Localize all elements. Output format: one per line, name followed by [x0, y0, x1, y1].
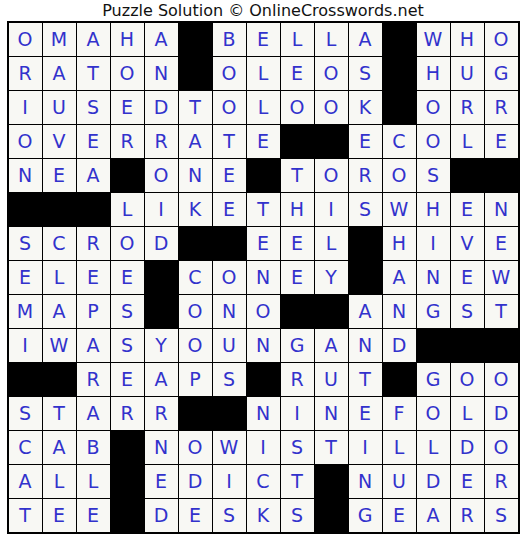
cell-r12c14: L: [451, 397, 484, 430]
cell-r15c6: E: [179, 499, 212, 532]
cell-r9c14: S: [451, 295, 484, 328]
cell-r4c6: A: [179, 125, 212, 158]
cell-r9c6: O: [179, 295, 212, 328]
cell-r14c3: L: [77, 465, 110, 498]
cell-r6c13: H: [417, 193, 450, 226]
cell-r15c5: D: [145, 499, 178, 532]
cell-r13c3: B: [77, 431, 110, 464]
cell-r3c7: O: [213, 91, 246, 124]
cell-r14c6: D: [179, 465, 212, 498]
cell-r10c11: N: [349, 329, 382, 362]
cell-r5c9: T: [281, 159, 314, 192]
cell-r7c14: V: [451, 227, 484, 260]
block-r5c15: [485, 159, 518, 192]
block-r8c5: [145, 261, 178, 294]
cell-r12c1: S: [9, 397, 42, 430]
block-r10c14: [451, 329, 484, 362]
cell-r1c3: A: [77, 23, 110, 56]
cell-r5c10: O: [315, 159, 348, 192]
cell-r15c3: E: [77, 499, 110, 532]
cell-r3c13: O: [417, 91, 450, 124]
cell-r1c10: L: [315, 23, 348, 56]
cell-r7c4: O: [111, 227, 144, 260]
cell-r2c10: O: [315, 57, 348, 90]
cell-r13c8: I: [247, 431, 280, 464]
block-r15c4: [111, 499, 144, 532]
cell-r8c8: N: [247, 261, 280, 294]
cell-r9c15: T: [485, 295, 518, 328]
cell-r4c11: E: [349, 125, 382, 158]
cell-r15c14: R: [451, 499, 484, 532]
cell-r4c14: L: [451, 125, 484, 158]
cell-r10c6: O: [179, 329, 212, 362]
block-r11c12: [383, 363, 416, 396]
cell-r13c1: C: [9, 431, 42, 464]
cell-r3c11: K: [349, 91, 382, 124]
cell-r10c3: A: [77, 329, 110, 362]
cell-r3c10: O: [315, 91, 348, 124]
cell-r4c2: V: [43, 125, 76, 158]
cell-r9c3: P: [77, 295, 110, 328]
block-r4c9: [281, 125, 314, 158]
cell-r4c7: T: [213, 125, 246, 158]
block-r6c2: [43, 193, 76, 226]
cell-r5c7: E: [213, 159, 246, 192]
block-r14c10: [315, 465, 348, 498]
cell-r8c12: A: [383, 261, 416, 294]
cell-r4c1: O: [9, 125, 42, 158]
cell-r13c9: S: [281, 431, 314, 464]
cell-r10c7: U: [213, 329, 246, 362]
cell-r10c5: Y: [145, 329, 178, 362]
cell-r1c7: B: [213, 23, 246, 56]
cell-r6c12: W: [383, 193, 416, 226]
cell-r4c3: E: [77, 125, 110, 158]
cell-r15c2: E: [43, 499, 76, 532]
cell-r5c13: S: [417, 159, 450, 192]
cell-r2c11: S: [349, 57, 382, 90]
cell-r7c9: E: [281, 227, 314, 260]
block-r11c2: [43, 363, 76, 396]
cell-r13c10: T: [315, 431, 348, 464]
cell-r15c11: G: [349, 499, 382, 532]
block-r13c4: [111, 431, 144, 464]
cell-r12c3: A: [77, 397, 110, 430]
cell-r4c5: R: [145, 125, 178, 158]
cell-r11c3: R: [77, 363, 110, 396]
cell-r8c3: E: [77, 261, 110, 294]
cell-r10c12: D: [383, 329, 416, 362]
cell-r2c7: O: [213, 57, 246, 90]
block-r9c5: [145, 295, 178, 328]
cell-r8c14: E: [451, 261, 484, 294]
cell-r10c9: G: [281, 329, 314, 362]
cell-r5c5: O: [145, 159, 178, 192]
block-r5c8: [247, 159, 280, 192]
block-r10c13: [417, 329, 450, 362]
cell-r1c14: H: [451, 23, 484, 56]
cell-r6c8: T: [247, 193, 280, 226]
cell-r1c15: O: [485, 23, 518, 56]
cell-r1c5: A: [145, 23, 178, 56]
cell-r6c15: N: [485, 193, 518, 226]
cell-r12c11: E: [349, 397, 382, 430]
cell-r15c1: T: [9, 499, 42, 532]
cell-r9c12: N: [383, 295, 416, 328]
cell-r9c2: A: [43, 295, 76, 328]
block-r12c6: [179, 397, 212, 430]
cell-r9c7: N: [213, 295, 246, 328]
cell-r9c13: G: [417, 295, 450, 328]
cell-r5c12: O: [383, 159, 416, 192]
cell-r3c1: I: [9, 91, 42, 124]
cell-r9c8: O: [247, 295, 280, 328]
cell-r1c1: O: [9, 23, 42, 56]
cell-r7c5: D: [145, 227, 178, 260]
cell-r14c11: N: [349, 465, 382, 498]
block-r1c12: [383, 23, 416, 56]
cell-r5c3: A: [77, 159, 110, 192]
cell-r12c10: N: [315, 397, 348, 430]
cell-r12c5: R: [145, 397, 178, 430]
block-r11c1: [9, 363, 42, 396]
cell-r1c8: E: [247, 23, 280, 56]
cell-r2c3: T: [77, 57, 110, 90]
cell-r14c7: I: [213, 465, 246, 498]
cell-r14c15: R: [485, 465, 518, 498]
cell-r4c8: E: [247, 125, 280, 158]
block-r15c10: [315, 499, 348, 532]
crossword-grid: OMAHABELLAWHORATONOLEOSHUGIUSEDTOLOOKORR…: [7, 21, 520, 534]
cell-r7c2: C: [43, 227, 76, 260]
cell-r12c4: R: [111, 397, 144, 430]
cell-r6c7: E: [213, 193, 246, 226]
cell-r10c1: I: [9, 329, 42, 362]
cell-r7c15: E: [485, 227, 518, 260]
cell-r6c9: H: [281, 193, 314, 226]
cell-r2c2: A: [43, 57, 76, 90]
cell-r14c12: U: [383, 465, 416, 498]
cell-r15c7: S: [213, 499, 246, 532]
cell-r14c14: E: [451, 465, 484, 498]
block-r14c4: [111, 465, 144, 498]
cell-r13c5: N: [145, 431, 178, 464]
cell-r12c2: T: [43, 397, 76, 430]
cell-r3c4: E: [111, 91, 144, 124]
cell-r1c2: M: [43, 23, 76, 56]
block-r12c7: [213, 397, 246, 430]
cell-r13c13: L: [417, 431, 450, 464]
cell-r13c7: W: [213, 431, 246, 464]
cell-r3c14: R: [451, 91, 484, 124]
cell-r14c13: D: [417, 465, 450, 498]
cell-r15c8: K: [247, 499, 280, 532]
cell-r3c8: L: [247, 91, 280, 124]
cell-r15c12: E: [383, 499, 416, 532]
cell-r9c4: S: [111, 295, 144, 328]
cell-r11c11: T: [349, 363, 382, 396]
block-r3c12: [383, 91, 416, 124]
cell-r3c2: U: [43, 91, 76, 124]
cell-r10c8: N: [247, 329, 280, 362]
cell-r2c5: N: [145, 57, 178, 90]
cell-r2c9: E: [281, 57, 314, 90]
cell-r6c6: K: [179, 193, 212, 226]
cell-r11c13: G: [417, 363, 450, 396]
cell-r2c8: L: [247, 57, 280, 90]
cell-r8c9: E: [281, 261, 314, 294]
cell-r1c13: W: [417, 23, 450, 56]
cell-r4c15: E: [485, 125, 518, 158]
cell-r10c4: S: [111, 329, 144, 362]
cell-r13c14: D: [451, 431, 484, 464]
cell-r6c11: S: [349, 193, 382, 226]
cell-r7c13: I: [417, 227, 450, 260]
cell-r14c8: C: [247, 465, 280, 498]
cell-r3c9: O: [281, 91, 314, 124]
cell-r8c13: N: [417, 261, 450, 294]
cell-r11c5: A: [145, 363, 178, 396]
block-r8c11: [349, 261, 382, 294]
cell-r3c15: R: [485, 91, 518, 124]
cell-r11c6: P: [179, 363, 212, 396]
cell-r15c15: S: [485, 499, 518, 532]
block-r9c9: [281, 295, 314, 328]
cell-r6c10: I: [315, 193, 348, 226]
cell-r1c9: L: [281, 23, 314, 56]
cell-r4c13: O: [417, 125, 450, 158]
cell-r2c1: R: [9, 57, 42, 90]
cell-r7c8: E: [247, 227, 280, 260]
block-r6c3: [77, 193, 110, 226]
cell-r3c3: S: [77, 91, 110, 124]
cell-r1c4: H: [111, 23, 144, 56]
cell-r10c10: A: [315, 329, 348, 362]
cell-r2c13: H: [417, 57, 450, 90]
cell-r13c2: A: [43, 431, 76, 464]
cell-r8c1: E: [9, 261, 42, 294]
block-r7c6: [179, 227, 212, 260]
cell-r6c4: L: [111, 193, 144, 226]
cell-r12c13: O: [417, 397, 450, 430]
cell-r3c5: D: [145, 91, 178, 124]
block-r9c10: [315, 295, 348, 328]
cell-r12c15: D: [485, 397, 518, 430]
cell-r5c1: N: [9, 159, 42, 192]
cell-r7c1: S: [9, 227, 42, 260]
block-r4c10: [315, 125, 348, 158]
block-r5c4: [111, 159, 144, 192]
cell-r11c14: O: [451, 363, 484, 396]
block-r10c15: [485, 329, 518, 362]
cell-r6c5: I: [145, 193, 178, 226]
cell-r11c10: U: [315, 363, 348, 396]
cell-r8c15: W: [485, 261, 518, 294]
cell-r12c9: I: [281, 397, 314, 430]
block-r1c6: [179, 23, 212, 56]
cell-r11c4: E: [111, 363, 144, 396]
cell-r8c6: C: [179, 261, 212, 294]
cell-r15c9: S: [281, 499, 314, 532]
block-r6c1: [9, 193, 42, 226]
cell-r14c9: T: [281, 465, 314, 498]
cell-r5c11: R: [349, 159, 382, 192]
cell-r11c7: S: [213, 363, 246, 396]
cell-r13c6: O: [179, 431, 212, 464]
cell-r14c1: A: [9, 465, 42, 498]
block-r5c14: [451, 159, 484, 192]
block-r7c11: [349, 227, 382, 260]
cell-r12c12: F: [383, 397, 416, 430]
block-r2c12: [383, 57, 416, 90]
cell-r8c7: O: [213, 261, 246, 294]
cell-r10c2: W: [43, 329, 76, 362]
puzzle-solution-page: Puzzle Solution © OnlineCrosswords.net O…: [0, 0, 526, 551]
cell-r4c12: C: [383, 125, 416, 158]
cell-r8c4: E: [111, 261, 144, 294]
cell-r9c11: A: [349, 295, 382, 328]
cell-r7c3: R: [77, 227, 110, 260]
cell-r7c10: L: [315, 227, 348, 260]
cell-r4c4: R: [111, 125, 144, 158]
block-r7c7: [213, 227, 246, 260]
cell-r8c10: Y: [315, 261, 348, 294]
cell-r11c9: R: [281, 363, 314, 396]
cell-r1c11: A: [349, 23, 382, 56]
cell-r7c12: H: [383, 227, 416, 260]
cell-r3c6: T: [179, 91, 212, 124]
page-title: Puzzle Solution © OnlineCrosswords.net: [0, 0, 526, 21]
cell-r5c2: E: [43, 159, 76, 192]
cell-r15c13: A: [417, 499, 450, 532]
block-r11c8: [247, 363, 280, 396]
cell-r2c14: U: [451, 57, 484, 90]
cell-r13c12: L: [383, 431, 416, 464]
cell-r9c1: M: [9, 295, 42, 328]
cell-r5c6: N: [179, 159, 212, 192]
cell-r12c8: N: [247, 397, 280, 430]
block-r2c6: [179, 57, 212, 90]
cell-r2c15: G: [485, 57, 518, 90]
cell-r14c2: L: [43, 465, 76, 498]
cell-r8c2: L: [43, 261, 76, 294]
cell-r14c5: E: [145, 465, 178, 498]
cell-r6c14: E: [451, 193, 484, 226]
cell-r2c4: O: [111, 57, 144, 90]
cell-r13c11: I: [349, 431, 382, 464]
cell-r11c15: O: [485, 363, 518, 396]
cell-r13c15: O: [485, 431, 518, 464]
